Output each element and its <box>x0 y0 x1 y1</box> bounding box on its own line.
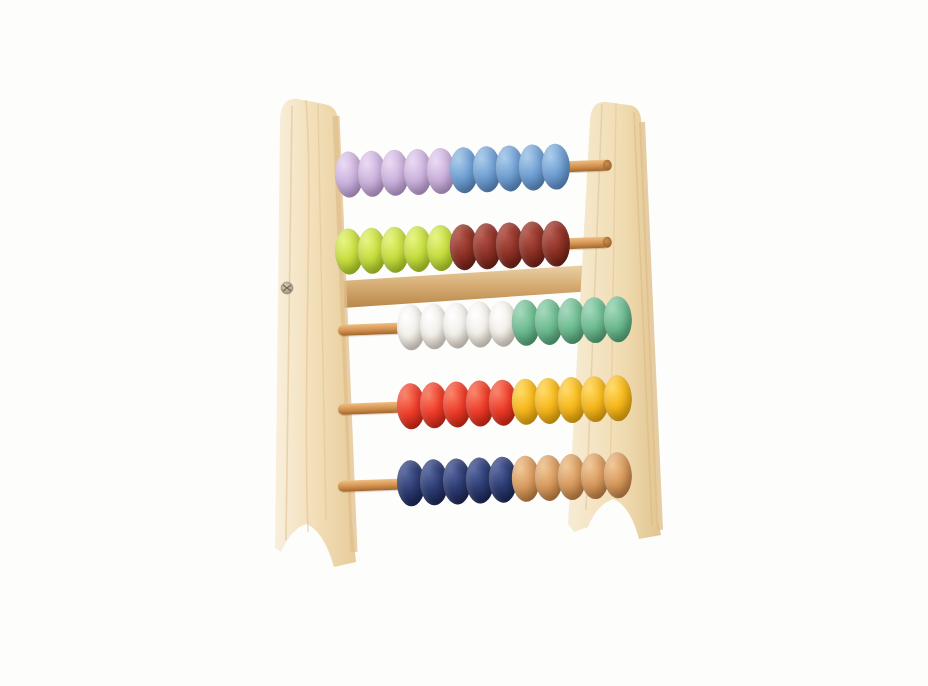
bead-row5-pos10-tan[interactable] <box>603 452 633 499</box>
abacus <box>250 80 680 600</box>
rod-row-5 <box>337 452 633 509</box>
bead-row4-pos10-yellow[interactable] <box>603 375 633 422</box>
rod-row-4 <box>337 375 633 432</box>
rod-row-2 <box>337 219 611 275</box>
product-photo-abacus <box>0 0 928 686</box>
bead-row2-pos10-maroon[interactable] <box>541 220 571 267</box>
bead-row1-pos10-blue[interactable] <box>541 143 571 190</box>
rod-1-end <box>603 159 612 170</box>
rod-row-3 <box>337 296 633 353</box>
rod-2-end <box>603 236 612 247</box>
bead-row3-pos10-green[interactable] <box>603 296 633 343</box>
rod-row-1 <box>337 142 611 198</box>
bead-rows <box>250 80 680 600</box>
